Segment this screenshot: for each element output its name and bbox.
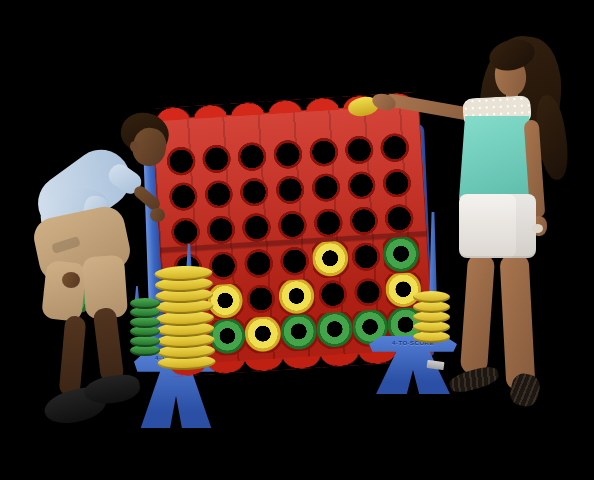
cell-r4c6-empty <box>347 238 385 276</box>
cell-r1c7-empty <box>376 129 414 167</box>
cell-r1c3-empty <box>233 138 271 176</box>
left-green-disc-stack <box>130 298 160 356</box>
girl-left-leg <box>499 253 535 390</box>
cell-r2c7-empty <box>378 165 416 203</box>
boy-right-shin <box>93 307 125 383</box>
cell-r1c2-empty <box>198 141 236 179</box>
cell-r3c4-empty <box>274 207 312 245</box>
girl-shorts <box>459 194 536 258</box>
cell-r6c4-green <box>280 314 318 352</box>
right-yellow-disc-stack <box>413 291 450 343</box>
cell-r5c4-yellow <box>278 278 316 316</box>
left-yellow-disc-stack <box>154 265 216 371</box>
boy-right-hand <box>150 208 165 222</box>
cell-r3c3-empty <box>238 210 276 248</box>
cell-r3c1-empty <box>167 214 205 252</box>
tray-disc <box>413 291 450 303</box>
cell-r4c4-empty <box>276 243 314 281</box>
cell-r4c3-empty <box>240 245 278 283</box>
girl-held-object <box>532 224 543 233</box>
boy-ear <box>130 141 139 152</box>
cell-r6c5-green <box>316 312 354 350</box>
cell-r4c5-yellow <box>311 241 349 279</box>
tray-disc <box>130 345 160 356</box>
cell-r3c6-empty <box>345 203 383 241</box>
cell-r1c6-empty <box>340 132 378 170</box>
cell-r2c1-empty <box>164 178 202 216</box>
boy-left-hand <box>62 272 80 288</box>
cell-r3c7-empty <box>380 201 418 239</box>
cell-r2c6-empty <box>343 167 381 205</box>
cell-r1c1-empty <box>162 143 200 181</box>
tray-disc <box>130 307 160 318</box>
tray-disc <box>130 298 160 309</box>
cell-r4c7-green <box>383 236 421 274</box>
cell-r3c2-empty <box>202 212 240 250</box>
boy-shorts-left-leg <box>41 260 87 322</box>
cell-r5c3-empty <box>242 281 280 319</box>
cell-r2c4-empty <box>271 172 309 210</box>
tray-disc <box>130 317 160 328</box>
cell-r5c5-empty <box>314 276 352 314</box>
cell-r2c2-empty <box>200 176 238 214</box>
tray-disc <box>130 326 160 337</box>
cell-r6c3-yellow <box>245 316 283 354</box>
girl-right-leg <box>460 253 495 375</box>
cell-r5c6-empty <box>349 274 387 312</box>
cell-r1c4-empty <box>269 136 307 174</box>
tray-disc <box>130 336 160 347</box>
cell-r1c5-empty <box>305 134 343 172</box>
cell-r2c5-empty <box>307 169 345 207</box>
cell-r3c5-empty <box>309 205 347 243</box>
cell-r2c3-empty <box>236 174 274 212</box>
scene: 4·TO·SCORE 4·TO·SCORE <box>0 0 594 480</box>
boy-left-shin <box>59 315 87 397</box>
